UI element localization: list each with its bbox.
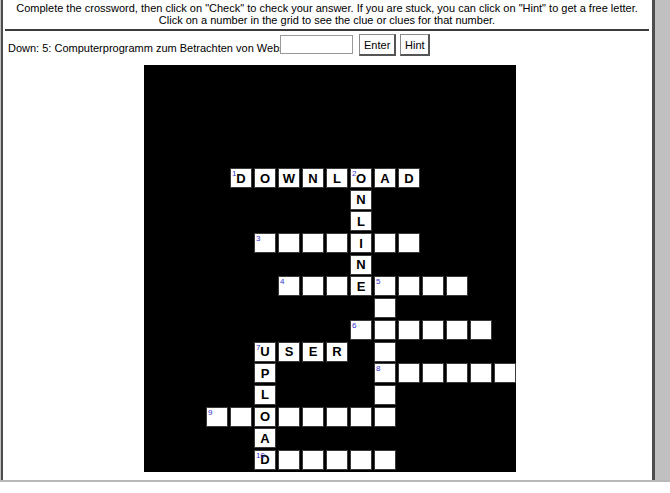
grid-cell[interactable]: S <box>278 342 300 362</box>
current-clue-label: Down: 5: Computerprogramm zum Betrachten… <box>8 42 302 54</box>
grid-cell[interactable] <box>350 450 372 470</box>
grid-cell[interactable] <box>446 276 468 296</box>
grid-cell[interactable]: 10D <box>254 450 276 470</box>
page: Complete the crossword, then click on "C… <box>0 0 670 493</box>
grid-cell[interactable] <box>302 407 324 427</box>
cell-letter: N <box>356 193 365 206</box>
grid-cell[interactable] <box>398 233 420 253</box>
grid-cell[interactable] <box>398 363 420 383</box>
grid-cell[interactable]: D <box>398 168 420 188</box>
clue-number[interactable]: 10 <box>256 451 265 460</box>
grid-cell[interactable]: 1D <box>230 168 252 188</box>
crossword-board: 1DOWNL2OADNL3IN4E567USERP8L9OA10D <box>144 65 516 472</box>
grid-cell[interactable] <box>326 450 348 470</box>
cell-letter: U <box>260 345 269 358</box>
cell-letter: A <box>380 172 389 185</box>
cell-letter: A <box>260 432 269 445</box>
window-frame-bottom <box>0 480 670 482</box>
grid-cell[interactable] <box>374 342 396 362</box>
grid-cell[interactable]: L <box>254 385 276 405</box>
grid-cell[interactable] <box>374 450 396 470</box>
cell-letter: P <box>261 367 270 380</box>
grid-cell[interactable] <box>470 363 492 383</box>
grid-cell[interactable] <box>470 320 492 340</box>
cell-letter: E <box>357 280 366 293</box>
grid-cell[interactable]: 2O <box>350 168 372 188</box>
grid-cell[interactable] <box>302 233 324 253</box>
grid-cell[interactable] <box>278 233 300 253</box>
grid-cell[interactable] <box>446 320 468 340</box>
cell-letter: D <box>236 172 245 185</box>
grid-cell[interactable]: N <box>350 190 372 210</box>
grid-cell[interactable] <box>374 385 396 405</box>
grid-cell[interactable]: E <box>350 276 372 296</box>
grid-cell[interactable] <box>494 363 516 383</box>
grid-cell[interactable] <box>374 233 396 253</box>
cell-letter: L <box>357 215 365 228</box>
clue-number[interactable]: 4 <box>280 277 284 286</box>
cell-letter: I <box>359 237 363 250</box>
grid-cell[interactable] <box>302 450 324 470</box>
cell-letter: L <box>261 388 269 401</box>
cell-letter: S <box>285 345 294 358</box>
grid-cell[interactable] <box>278 450 300 470</box>
hint-button[interactable]: Hint <box>400 34 430 56</box>
cell-letter: W <box>283 172 295 185</box>
grid-cell[interactable] <box>278 407 300 427</box>
clue-number[interactable]: 9 <box>208 408 212 417</box>
grid-cell[interactable] <box>326 233 348 253</box>
cell-letter: O <box>260 172 270 185</box>
clue-number[interactable]: 6 <box>352 321 356 330</box>
enter-button[interactable]: Enter <box>359 34 396 56</box>
clue-number[interactable]: 1 <box>232 169 236 178</box>
clue-panel: Down: 5: Computerprogramm zum Betrachten… <box>5 31 649 61</box>
cell-letter: O <box>260 410 270 423</box>
grid-cell[interactable]: E <box>302 342 324 362</box>
grid-cell[interactable]: 3 <box>254 233 276 253</box>
cell-letter: R <box>332 345 341 358</box>
clue-number[interactable]: 7 <box>256 343 260 352</box>
grid-cell[interactable]: L <box>326 168 348 188</box>
crossword-grid: 1DOWNL2OADNL3IN4E567USERP8L9OA10D <box>206 168 516 470</box>
grid-cell[interactable] <box>326 407 348 427</box>
grid-cell[interactable] <box>422 276 444 296</box>
grid-cell[interactable] <box>302 276 324 296</box>
grid-cell[interactable]: 6 <box>350 320 372 340</box>
grid-cell[interactable]: P <box>254 363 276 383</box>
grid-cell[interactable]: O <box>254 168 276 188</box>
window-frame-right <box>652 0 670 481</box>
cell-letter: E <box>309 345 318 358</box>
grid-cell[interactable] <box>374 320 396 340</box>
cell-letter: L <box>333 172 341 185</box>
grid-cell[interactable]: N <box>350 255 372 275</box>
answer-input[interactable] <box>280 35 353 54</box>
grid-cell[interactable] <box>446 363 468 383</box>
clue-number[interactable]: 3 <box>256 234 260 243</box>
cell-letter: D <box>404 172 413 185</box>
clue-number[interactable]: 5 <box>376 277 380 286</box>
grid-cell[interactable]: A <box>254 428 276 448</box>
cell-letter: N <box>308 172 317 185</box>
grid-cell[interactable] <box>374 298 396 318</box>
grid-cell[interactable] <box>350 407 372 427</box>
clue-number[interactable]: 8 <box>376 364 380 373</box>
instruction-panel: Complete the crossword, then click on "C… <box>5 0 649 32</box>
grid-cell[interactable]: 4 <box>278 276 300 296</box>
grid-cell[interactable]: R <box>326 342 348 362</box>
grid-cell[interactable]: L <box>350 211 372 231</box>
grid-cell[interactable]: N <box>302 168 324 188</box>
grid-cell[interactable]: A <box>374 168 396 188</box>
grid-cell[interactable]: O <box>254 407 276 427</box>
grid-cell[interactable] <box>422 363 444 383</box>
cell-letter: N <box>356 258 365 271</box>
grid-cell[interactable]: I <box>350 233 372 253</box>
grid-cell[interactable]: 9 <box>206 407 228 427</box>
grid-cell[interactable] <box>326 276 348 296</box>
grid-cell[interactable]: W <box>278 168 300 188</box>
grid-cell[interactable] <box>374 407 396 427</box>
grid-cell[interactable] <box>398 276 420 296</box>
cell-letter: O <box>356 172 366 185</box>
grid-cell[interactable] <box>422 320 444 340</box>
grid-cell[interactable] <box>230 407 252 427</box>
window-frame-left <box>0 0 3 481</box>
grid-cell[interactable]: 7U <box>254 342 276 362</box>
grid-cell[interactable]: 5 <box>374 276 396 296</box>
grid-cell[interactable]: 8 <box>374 363 396 383</box>
grid-cell[interactable] <box>398 320 420 340</box>
clue-number[interactable]: 2 <box>352 169 356 178</box>
instruction-text: Complete the crossword, then click on "C… <box>16 2 638 26</box>
